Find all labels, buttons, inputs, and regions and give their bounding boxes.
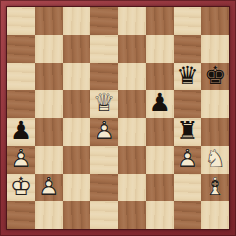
square-b7[interactable] (35, 35, 63, 63)
square-c1[interactable] (63, 201, 91, 229)
square-c2[interactable] (63, 174, 91, 202)
piece-white-pawn[interactable]: ♟♙ (35, 174, 63, 202)
square-g7[interactable] (174, 35, 202, 63)
square-h8[interactable] (201, 7, 229, 35)
square-c7[interactable] (63, 35, 91, 63)
square-h7[interactable] (201, 35, 229, 63)
square-b6[interactable] (35, 63, 63, 91)
square-d2[interactable] (90, 174, 118, 202)
square-a3[interactable]: ♟♙ (7, 146, 35, 174)
square-h1[interactable] (201, 201, 229, 229)
square-a1[interactable] (7, 201, 35, 229)
piece-white-pawn[interactable]: ♟♙ (174, 146, 202, 174)
square-e6[interactable] (118, 63, 146, 91)
square-e7[interactable] (118, 35, 146, 63)
square-c5[interactable] (63, 90, 91, 118)
piece-white-queen[interactable]: ♛♕ (90, 90, 118, 118)
square-a8[interactable] (7, 7, 35, 35)
square-a5[interactable] (7, 90, 35, 118)
square-f3[interactable] (146, 146, 174, 174)
square-f7[interactable] (146, 35, 174, 63)
square-f4[interactable] (146, 118, 174, 146)
piece-white-pawn[interactable]: ♟♙ (90, 118, 118, 146)
square-e5[interactable] (118, 90, 146, 118)
square-d4[interactable]: ♟♙ (90, 118, 118, 146)
square-c8[interactable] (63, 7, 91, 35)
square-b3[interactable] (35, 146, 63, 174)
square-e1[interactable] (118, 201, 146, 229)
chess-board: ♛♚♛♕♟♟♟♙♜♟♙♟♙♞♘♚♔♟♙♝♗ (7, 7, 229, 229)
square-d8[interactable] (90, 7, 118, 35)
square-d1[interactable] (90, 201, 118, 229)
square-f5[interactable]: ♟ (146, 90, 174, 118)
square-a6[interactable] (7, 63, 35, 91)
square-e8[interactable] (118, 7, 146, 35)
piece-black-pawn[interactable]: ♟ (146, 90, 174, 118)
piece-white-pawn[interactable]: ♟♙ (7, 146, 35, 174)
piece-black-pawn[interactable]: ♟ (7, 118, 35, 146)
piece-white-bishop[interactable]: ♝♗ (201, 174, 229, 202)
square-c6[interactable] (63, 63, 91, 91)
square-b1[interactable] (35, 201, 63, 229)
square-h2[interactable]: ♝♗ (201, 174, 229, 202)
square-d6[interactable] (90, 63, 118, 91)
square-c4[interactable] (63, 118, 91, 146)
square-h6[interactable]: ♚ (201, 63, 229, 91)
square-e2[interactable] (118, 174, 146, 202)
piece-white-knight[interactable]: ♞♘ (201, 146, 229, 174)
piece-white-king[interactable]: ♚♔ (7, 174, 35, 202)
square-g5[interactable] (174, 90, 202, 118)
square-h4[interactable] (201, 118, 229, 146)
square-a4[interactable]: ♟ (7, 118, 35, 146)
square-f6[interactable] (146, 63, 174, 91)
square-g6[interactable]: ♛ (174, 63, 202, 91)
square-h5[interactable] (201, 90, 229, 118)
square-e3[interactable] (118, 146, 146, 174)
board-frame: ♛♚♛♕♟♟♟♙♜♟♙♟♙♞♘♚♔♟♙♝♗ (0, 0, 236, 236)
square-g3[interactable]: ♟♙ (174, 146, 202, 174)
square-c3[interactable] (63, 146, 91, 174)
square-b5[interactable] (35, 90, 63, 118)
square-b2[interactable]: ♟♙ (35, 174, 63, 202)
square-g1[interactable] (174, 201, 202, 229)
square-h3[interactable]: ♞♘ (201, 146, 229, 174)
square-d7[interactable] (90, 35, 118, 63)
square-d5[interactable]: ♛♕ (90, 90, 118, 118)
square-b4[interactable] (35, 118, 63, 146)
square-f2[interactable] (146, 174, 174, 202)
square-a7[interactable] (7, 35, 35, 63)
piece-black-rook[interactable]: ♜ (174, 118, 202, 146)
chess-screenshot: ♛♚♛♕♟♟♟♙♜♟♙♟♙♞♘♚♔♟♙♝♗ (0, 0, 236, 236)
square-a2[interactable]: ♚♔ (7, 174, 35, 202)
square-d3[interactable] (90, 146, 118, 174)
square-g4[interactable]: ♜ (174, 118, 202, 146)
square-f8[interactable] (146, 7, 174, 35)
square-e4[interactable] (118, 118, 146, 146)
piece-black-king[interactable]: ♚ (201, 63, 229, 91)
square-g8[interactable] (174, 7, 202, 35)
piece-black-queen[interactable]: ♛ (174, 63, 202, 91)
square-g2[interactable] (174, 174, 202, 202)
square-f1[interactable] (146, 201, 174, 229)
square-b8[interactable] (35, 7, 63, 35)
